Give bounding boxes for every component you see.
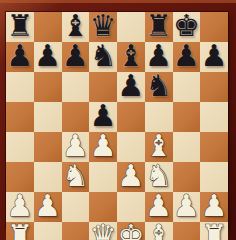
piece-white-pawn[interactable]: ♟ [145,191,172,221]
piece-black-pawn[interactable]: ♟ [34,41,61,71]
square-c3[interactable]: ♞ [62,162,90,192]
piece-white-pawn[interactable]: ♟ [90,131,117,161]
piece-white-knight[interactable]: ♞ [62,161,89,191]
piece-black-queen[interactable]: ♛ [90,11,117,41]
square-g1[interactable] [173,222,201,240]
piece-white-bishop[interactable]: ♝ [145,221,172,240]
square-a1[interactable]: ♜ [6,222,34,240]
piece-black-pawn[interactable]: ♟ [62,41,89,71]
square-b1[interactable] [34,222,62,240]
square-c1[interactable] [62,222,90,240]
square-d7[interactable]: ♞ [89,42,117,72]
square-d3[interactable] [89,162,117,192]
square-g2[interactable]: ♟ [173,192,201,222]
square-a6[interactable] [6,72,34,102]
piece-black-bishop[interactable]: ♝ [62,11,89,41]
square-c2[interactable] [62,192,90,222]
piece-black-knight[interactable]: ♞ [145,71,172,101]
square-h1[interactable]: ♜ [200,222,228,240]
square-g7[interactable]: ♟ [173,42,201,72]
square-e6[interactable]: ♟ [117,72,145,102]
piece-black-rook[interactable]: ♜ [6,11,33,41]
board-frame-highlight [0,0,236,3]
piece-white-king[interactable]: ♚ [117,221,144,240]
square-c7[interactable]: ♟ [62,42,90,72]
square-b4[interactable] [34,132,62,162]
square-c6[interactable] [62,72,90,102]
piece-white-pawn[interactable]: ♟ [201,191,228,221]
piece-white-pawn[interactable]: ♟ [6,191,33,221]
piece-black-bishop[interactable]: ♝ [117,41,144,71]
square-e3[interactable]: ♟ [117,162,145,192]
piece-black-pawn[interactable]: ♟ [90,101,117,131]
square-h4[interactable] [200,132,228,162]
square-b6[interactable] [34,72,62,102]
square-e1[interactable]: ♚ [117,222,145,240]
square-g6[interactable] [173,72,201,102]
piece-black-pawn[interactable]: ♟ [173,41,200,71]
square-g4[interactable] [173,132,201,162]
piece-black-knight[interactable]: ♞ [90,41,117,71]
piece-white-rook[interactable]: ♜ [6,221,33,240]
chess-board: ♜♝♛♜♚♟♟♟♞♝♟♟♟♟♞♟♟♟♝♞♟♞♟♟♟♟♟♜♛♚♝♜ [6,12,228,228]
square-a7[interactable]: ♟ [6,42,34,72]
piece-black-king[interactable]: ♚ [173,11,200,41]
square-d1[interactable]: ♛ [89,222,117,240]
square-h7[interactable]: ♟ [200,42,228,72]
square-h6[interactable] [200,72,228,102]
square-f1[interactable]: ♝ [145,222,173,240]
square-h5[interactable] [200,102,228,132]
square-b7[interactable]: ♟ [34,42,62,72]
piece-white-queen[interactable]: ♛ [90,221,117,240]
piece-black-pawn[interactable]: ♟ [201,41,228,71]
piece-white-rook[interactable]: ♜ [201,221,228,240]
piece-black-pawn[interactable]: ♟ [6,41,33,71]
square-b5[interactable] [34,102,62,132]
piece-white-knight[interactable]: ♞ [145,161,172,191]
piece-black-pawn[interactable]: ♟ [117,71,144,101]
piece-black-rook[interactable]: ♜ [145,11,172,41]
piece-white-bishop[interactable]: ♝ [145,131,172,161]
square-d4[interactable]: ♟ [89,132,117,162]
chess-board-window: ♜♝♛♜♚♟♟♟♞♝♟♟♟♟♞♟♟♟♝♞♟♞♟♟♟♟♟♜♛♚♝♜ [0,0,236,240]
piece-white-pawn[interactable]: ♟ [117,161,144,191]
piece-white-pawn[interactable]: ♟ [173,191,200,221]
square-g5[interactable] [173,102,201,132]
piece-black-pawn[interactable]: ♟ [145,41,172,71]
piece-white-pawn[interactable]: ♟ [62,131,89,161]
square-e5[interactable] [117,102,145,132]
square-f6[interactable]: ♞ [145,72,173,102]
square-a4[interactable] [6,132,34,162]
square-b2[interactable]: ♟ [34,192,62,222]
piece-white-pawn[interactable]: ♟ [34,191,61,221]
square-a5[interactable] [6,102,34,132]
